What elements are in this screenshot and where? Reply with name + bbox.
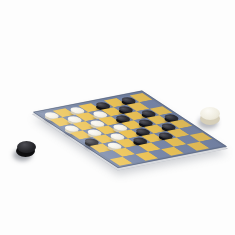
piece-face: [200, 107, 220, 120]
piece-face: [17, 141, 36, 153]
board-grid: [40, 93, 223, 166]
off-board-white-piece: [200, 107, 220, 120]
checkers-board: [33, 91, 227, 168]
off-board-black-piece: [17, 141, 36, 153]
checkers-product-photo: [0, 0, 235, 235]
